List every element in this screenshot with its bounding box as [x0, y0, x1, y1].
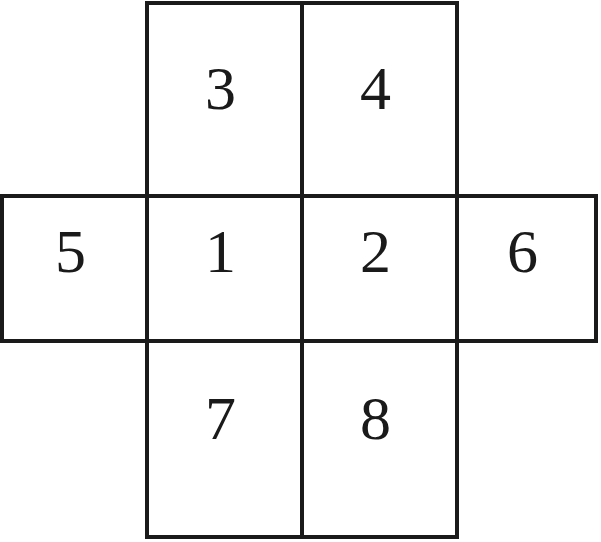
cell-4: 4 [300, 1, 459, 198]
cell-5-label: 5 [55, 220, 86, 282]
cell-8-label: 8 [360, 387, 391, 449]
cell-3: 3 [145, 1, 304, 198]
cell-4-label: 4 [360, 57, 391, 119]
cell-1-label: 1 [205, 220, 236, 282]
cell-2: 2 [300, 194, 459, 343]
cell-5: 5 [0, 194, 149, 343]
cell-8: 8 [300, 339, 459, 539]
puzzle-figure: 3 4 5 1 2 6 7 8 [0, 0, 601, 542]
cell-7-label: 7 [205, 387, 236, 449]
puzzle-net-grid: 3 4 5 1 2 6 7 8 [2, 3, 596, 537]
cell-6-label: 6 [507, 220, 538, 282]
cell-1: 1 [145, 194, 304, 343]
cell-6: 6 [455, 194, 598, 343]
cell-3-label: 3 [205, 57, 236, 119]
cell-7: 7 [145, 339, 304, 539]
cell-2-label: 2 [360, 220, 391, 282]
